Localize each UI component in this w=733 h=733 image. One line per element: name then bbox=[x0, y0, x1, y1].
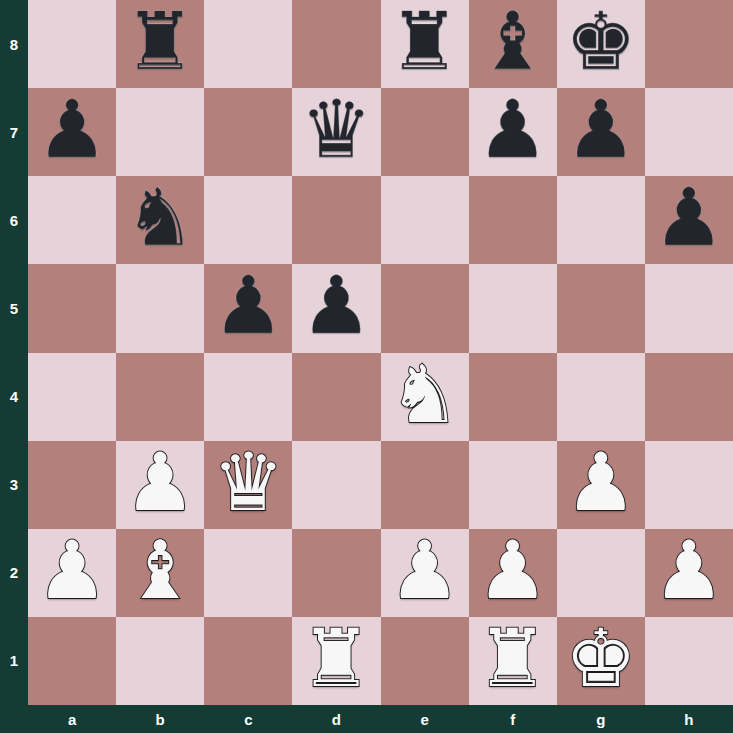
square-h5[interactable] bbox=[645, 264, 733, 352]
square-a7[interactable]: ♟ bbox=[28, 88, 116, 176]
rank-labels: 87654321 bbox=[0, 0, 28, 705]
rank-label-4: 4 bbox=[0, 353, 28, 441]
square-a8[interactable] bbox=[28, 0, 116, 88]
square-a4[interactable] bbox=[28, 353, 116, 441]
file-labels: abcdefgh bbox=[28, 705, 733, 733]
square-c7[interactable] bbox=[204, 88, 292, 176]
rank-label-3: 3 bbox=[0, 441, 28, 529]
square-b2[interactable]: ♝ bbox=[116, 529, 204, 617]
rank-label-7: 7 bbox=[0, 88, 28, 176]
square-a1[interactable] bbox=[28, 617, 116, 705]
file-label-a: a bbox=[28, 705, 116, 733]
piece-black-pawn[interactable]: ♟ bbox=[565, 86, 637, 174]
piece-black-queen[interactable]: ♛ bbox=[301, 86, 373, 174]
piece-black-pawn[interactable]: ♟ bbox=[36, 86, 108, 174]
piece-white-king[interactable]: ♚ bbox=[565, 615, 637, 703]
square-e8[interactable]: ♜ bbox=[381, 0, 469, 88]
square-g1[interactable]: ♚ bbox=[557, 617, 645, 705]
square-e4[interactable]: ♞ bbox=[381, 353, 469, 441]
square-h2[interactable]: ♟ bbox=[645, 529, 733, 617]
file-label-c: c bbox=[204, 705, 292, 733]
square-e2[interactable]: ♟ bbox=[381, 529, 469, 617]
piece-white-pawn[interactable]: ♟ bbox=[653, 527, 725, 615]
square-h1[interactable] bbox=[645, 617, 733, 705]
square-f5[interactable] bbox=[469, 264, 557, 352]
square-g7[interactable]: ♟ bbox=[557, 88, 645, 176]
rank-label-2: 2 bbox=[0, 529, 28, 617]
square-c3[interactable]: ♛ bbox=[204, 441, 292, 529]
square-h7[interactable] bbox=[645, 88, 733, 176]
file-label-g: g bbox=[557, 705, 645, 733]
square-e1[interactable] bbox=[381, 617, 469, 705]
square-d6[interactable] bbox=[292, 176, 380, 264]
square-e3[interactable] bbox=[381, 441, 469, 529]
square-f1[interactable]: ♜ bbox=[469, 617, 557, 705]
square-b7[interactable] bbox=[116, 88, 204, 176]
square-b4[interactable] bbox=[116, 353, 204, 441]
file-label-d: d bbox=[292, 705, 380, 733]
piece-white-pawn[interactable]: ♟ bbox=[389, 527, 461, 615]
square-f3[interactable] bbox=[469, 441, 557, 529]
square-g6[interactable] bbox=[557, 176, 645, 264]
square-g2[interactable] bbox=[557, 529, 645, 617]
square-e5[interactable] bbox=[381, 264, 469, 352]
square-f4[interactable] bbox=[469, 353, 557, 441]
square-d3[interactable] bbox=[292, 441, 380, 529]
square-e6[interactable] bbox=[381, 176, 469, 264]
piece-black-pawn[interactable]: ♟ bbox=[301, 262, 373, 350]
rank-label-1: 1 bbox=[0, 617, 28, 705]
rank-label-5: 5 bbox=[0, 264, 28, 352]
piece-white-pawn[interactable]: ♟ bbox=[565, 439, 637, 527]
file-label-f: f bbox=[469, 705, 557, 733]
square-d1[interactable]: ♜ bbox=[292, 617, 380, 705]
square-c4[interactable] bbox=[204, 353, 292, 441]
piece-black-pawn[interactable]: ♟ bbox=[477, 86, 549, 174]
square-a2[interactable]: ♟ bbox=[28, 529, 116, 617]
file-label-h: h bbox=[645, 705, 733, 733]
square-d5[interactable]: ♟ bbox=[292, 264, 380, 352]
square-d7[interactable]: ♛ bbox=[292, 88, 380, 176]
file-label-e: e bbox=[381, 705, 469, 733]
piece-black-rook[interactable]: ♜ bbox=[389, 0, 461, 86]
rank-label-6: 6 bbox=[0, 176, 28, 264]
square-g5[interactable] bbox=[557, 264, 645, 352]
square-f2[interactable]: ♟ bbox=[469, 529, 557, 617]
square-h3[interactable] bbox=[645, 441, 733, 529]
square-c5[interactable]: ♟ bbox=[204, 264, 292, 352]
piece-white-knight[interactable]: ♞ bbox=[389, 351, 461, 439]
piece-black-pawn[interactable]: ♟ bbox=[212, 262, 284, 350]
piece-white-queen[interactable]: ♛ bbox=[212, 439, 284, 527]
square-a3[interactable] bbox=[28, 441, 116, 529]
square-a6[interactable] bbox=[28, 176, 116, 264]
square-c2[interactable] bbox=[204, 529, 292, 617]
piece-white-bishop[interactable]: ♝ bbox=[124, 527, 196, 615]
square-e7[interactable] bbox=[381, 88, 469, 176]
piece-white-pawn[interactable]: ♟ bbox=[124, 439, 196, 527]
square-d4[interactable] bbox=[292, 353, 380, 441]
square-d2[interactable] bbox=[292, 529, 380, 617]
piece-black-rook[interactable]: ♜ bbox=[124, 0, 196, 86]
square-c6[interactable] bbox=[204, 176, 292, 264]
piece-white-pawn[interactable]: ♟ bbox=[477, 527, 549, 615]
square-h8[interactable] bbox=[645, 0, 733, 88]
square-g8[interactable]: ♚ bbox=[557, 0, 645, 88]
rank-label-8: 8 bbox=[0, 0, 28, 88]
square-b6[interactable]: ♞ bbox=[116, 176, 204, 264]
chess-board[interactable]: ♜♜♝♚♟♛♟♟♞♟♟♟♞♟♛♟♟♝♟♟♟♜♜♚ bbox=[28, 0, 733, 705]
file-label-b: b bbox=[116, 705, 204, 733]
piece-white-pawn[interactable]: ♟ bbox=[36, 527, 108, 615]
chess-board-frame: 87654321 ♜♜♝♚♟♛♟♟♞♟♟♟♞♟♛♟♟♝♟♟♟♜♜♚ abcdef… bbox=[0, 0, 733, 733]
square-a5[interactable] bbox=[28, 264, 116, 352]
square-h6[interactable]: ♟ bbox=[645, 176, 733, 264]
square-b3[interactable]: ♟ bbox=[116, 441, 204, 529]
piece-white-rook[interactable]: ♜ bbox=[301, 615, 373, 703]
piece-black-pawn[interactable]: ♟ bbox=[653, 174, 725, 262]
square-c1[interactable] bbox=[204, 617, 292, 705]
square-c8[interactable] bbox=[204, 0, 292, 88]
square-h4[interactable] bbox=[645, 353, 733, 441]
square-g3[interactable]: ♟ bbox=[557, 441, 645, 529]
square-b1[interactable] bbox=[116, 617, 204, 705]
square-b5[interactable] bbox=[116, 264, 204, 352]
square-b8[interactable]: ♜ bbox=[116, 0, 204, 88]
square-g4[interactable] bbox=[557, 353, 645, 441]
piece-black-king[interactable]: ♚ bbox=[565, 0, 637, 86]
square-f6[interactable] bbox=[469, 176, 557, 264]
square-f8[interactable]: ♝ bbox=[469, 0, 557, 88]
piece-white-rook[interactable]: ♜ bbox=[477, 615, 549, 703]
square-d8[interactable] bbox=[292, 0, 380, 88]
square-f7[interactable]: ♟ bbox=[469, 88, 557, 176]
piece-black-knight[interactable]: ♞ bbox=[124, 174, 196, 262]
piece-black-bishop[interactable]: ♝ bbox=[477, 0, 549, 86]
